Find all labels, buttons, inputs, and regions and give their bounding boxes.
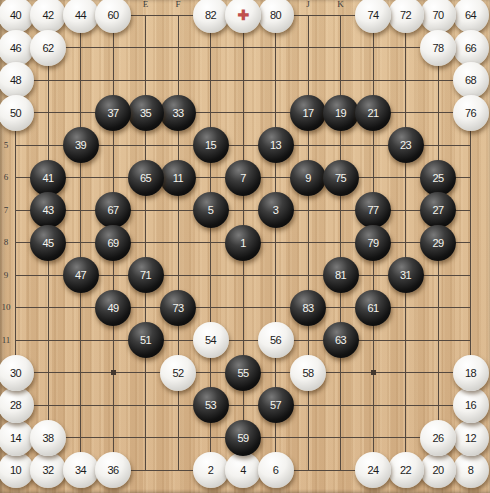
- stone-black-63: 63: [323, 322, 359, 358]
- stone-white-72: 72: [388, 0, 424, 33]
- row-label: 7: [0, 206, 12, 215]
- stone-black-81: 81: [323, 257, 359, 293]
- stone-black-77: 77: [355, 192, 391, 228]
- stone-white-22: 22: [388, 452, 424, 488]
- grid-line-vertical: [308, 15, 309, 470]
- stone-white-84-last-move: ✚: [225, 0, 261, 33]
- row-label: 5: [0, 141, 12, 150]
- stone-white-70: 70: [420, 0, 456, 33]
- stone-black-65: 65: [128, 160, 164, 196]
- star-point: [371, 370, 376, 375]
- stone-black-49: 49: [95, 290, 131, 326]
- row-label: 8: [0, 238, 12, 247]
- stone-black-23: 23: [388, 127, 424, 163]
- stone-white-42: 42: [30, 0, 66, 33]
- stone-white-36: 36: [95, 452, 131, 488]
- stone-black-59: 59: [225, 420, 261, 456]
- grid-line-vertical: [405, 15, 406, 470]
- stone-white-10: 10: [0, 452, 34, 488]
- stone-white-62: 62: [30, 30, 66, 66]
- stone-black-17: 17: [290, 95, 326, 131]
- stone-white-68: 68: [453, 62, 489, 98]
- row-label: 9: [0, 271, 12, 280]
- stone-black-67: 67: [95, 192, 131, 228]
- stone-black-15: 15: [193, 127, 229, 163]
- stone-black-83: 83: [290, 290, 326, 326]
- stone-white-54: 54: [193, 322, 229, 358]
- go-board[interactable]: ABCDEFGHIJKLMNO 123456789101112131415 12…: [0, 0, 490, 493]
- stone-white-78: 78: [420, 30, 456, 66]
- star-point: [111, 370, 116, 375]
- stone-black-11: 11: [160, 160, 196, 196]
- stone-white-48: 48: [0, 62, 34, 98]
- column-label: J: [302, 0, 314, 9]
- stone-black-43: 43: [30, 192, 66, 228]
- stone-black-9: 9: [290, 160, 326, 196]
- stone-white-20: 20: [420, 452, 456, 488]
- stone-black-69: 69: [95, 225, 131, 261]
- grid-line-horizontal: [16, 340, 471, 341]
- stone-black-53: 53: [193, 387, 229, 423]
- stone-white-14: 14: [0, 420, 34, 456]
- column-label: E: [140, 0, 152, 9]
- stone-black-51: 51: [128, 322, 164, 358]
- stone-white-6: 6: [258, 452, 294, 488]
- stone-white-34: 34: [63, 452, 99, 488]
- stone-white-82: 82: [193, 0, 229, 33]
- stone-black-75: 75: [323, 160, 359, 196]
- stone-white-66: 66: [453, 30, 489, 66]
- stone-white-80: 80: [258, 0, 294, 33]
- stone-white-46: 46: [0, 30, 34, 66]
- stone-black-31: 31: [388, 257, 424, 293]
- row-label: 6: [0, 173, 12, 182]
- stone-black-33: 33: [160, 95, 196, 131]
- stone-white-2: 2: [193, 452, 229, 488]
- stone-white-74: 74: [355, 0, 391, 33]
- stone-black-29: 29: [420, 225, 456, 261]
- stone-black-27: 27: [420, 192, 456, 228]
- column-label: K: [335, 0, 347, 9]
- stone-white-18: 18: [453, 355, 489, 391]
- stone-black-55: 55: [225, 355, 261, 391]
- stone-white-64: 64: [453, 0, 489, 33]
- stone-white-38: 38: [30, 420, 66, 456]
- stone-white-32: 32: [30, 452, 66, 488]
- stone-white-50: 50: [0, 95, 34, 131]
- stone-black-19: 19: [323, 95, 359, 131]
- stone-white-76: 76: [453, 95, 489, 131]
- stone-black-57: 57: [258, 387, 294, 423]
- stone-white-30: 30: [0, 355, 34, 391]
- stone-white-8: 8: [453, 452, 489, 488]
- stone-black-71: 71: [128, 257, 164, 293]
- last-move-marker: ✚: [237, 8, 248, 22]
- stone-white-12: 12: [453, 420, 489, 456]
- stone-black-41: 41: [30, 160, 66, 196]
- stone-white-60: 60: [95, 0, 131, 33]
- stone-white-16: 16: [453, 387, 489, 423]
- stone-white-4: 4: [225, 452, 261, 488]
- stone-white-26: 26: [420, 420, 456, 456]
- stone-white-56: 56: [258, 322, 294, 358]
- stone-black-35: 35: [128, 95, 164, 131]
- stone-black-61: 61: [355, 290, 391, 326]
- stone-black-47: 47: [63, 257, 99, 293]
- stone-white-58: 58: [290, 355, 326, 391]
- stone-white-40: 40: [0, 0, 34, 33]
- stone-black-21: 21: [355, 95, 391, 131]
- stone-black-37: 37: [95, 95, 131, 131]
- stone-black-1: 1: [225, 225, 261, 261]
- stone-white-52: 52: [160, 355, 196, 391]
- stone-black-5: 5: [193, 192, 229, 228]
- stone-white-28: 28: [0, 387, 34, 423]
- stone-white-44: 44: [63, 0, 99, 33]
- grid-line-vertical: [340, 15, 341, 470]
- stone-black-13: 13: [258, 127, 294, 163]
- stone-black-73: 73: [160, 290, 196, 326]
- stone-black-39: 39: [63, 127, 99, 163]
- stone-black-45: 45: [30, 225, 66, 261]
- stone-white-24: 24: [355, 452, 391, 488]
- row-label: 10: [0, 303, 12, 312]
- stone-black-79: 79: [355, 225, 391, 261]
- column-label: F: [172, 0, 184, 9]
- grid-line-horizontal: [16, 405, 471, 406]
- stone-black-7: 7: [225, 160, 261, 196]
- row-label: 11: [0, 336, 12, 345]
- grid-line-horizontal: [16, 307, 471, 308]
- stone-black-25: 25: [420, 160, 456, 196]
- stone-black-3: 3: [258, 192, 294, 228]
